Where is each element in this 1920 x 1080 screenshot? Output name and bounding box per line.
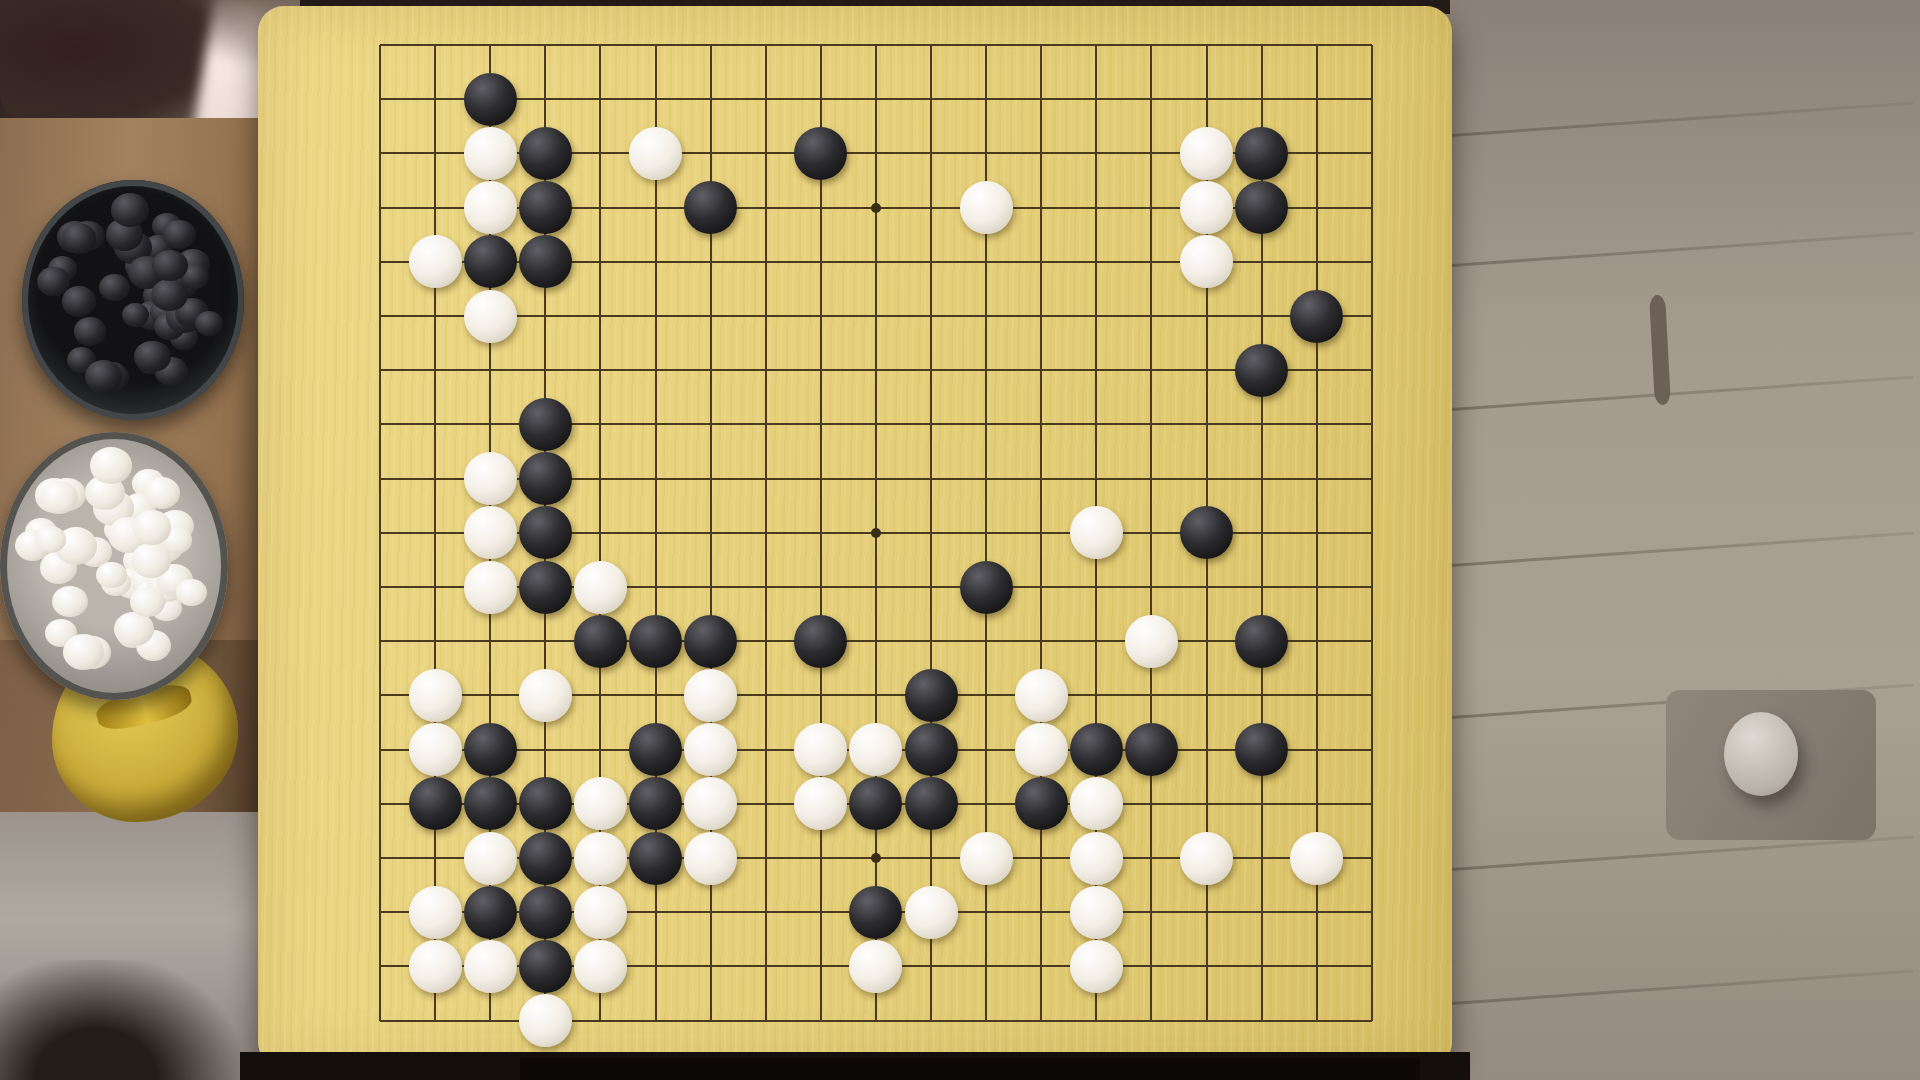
white-stone [1070, 777, 1123, 830]
white-stone [1070, 832, 1123, 885]
white-stone [794, 777, 847, 830]
black-stone [1235, 723, 1288, 776]
board-grid [258, 6, 1452, 1068]
black-stone [905, 669, 958, 722]
black-stone [464, 723, 517, 776]
black-stone [1235, 344, 1288, 397]
black-stone [1235, 127, 1288, 180]
floor-plank-seam [1444, 232, 1913, 268]
black-stone-bowl [22, 180, 244, 420]
black-stone [1070, 723, 1123, 776]
white-stone [574, 777, 627, 830]
floor-plank-seam [1444, 836, 1913, 872]
bowl-stone [74, 317, 107, 346]
bowl-stone [133, 510, 172, 544]
white-stone [409, 669, 462, 722]
black-stone [519, 181, 572, 234]
bowl-stone [144, 477, 180, 509]
photo-scene [0, 0, 1920, 1080]
bowl-stone [85, 360, 122, 393]
bowl-stone [152, 250, 188, 281]
white-stone [684, 669, 737, 722]
white-stone [629, 127, 682, 180]
black-stone [1290, 290, 1343, 343]
black-stone [960, 561, 1013, 614]
black-stone [849, 777, 902, 830]
black-stone [794, 127, 847, 180]
black-stone [684, 615, 737, 668]
white-stone [794, 723, 847, 776]
white-stone [574, 561, 627, 614]
go-board [258, 6, 1452, 1068]
grid-line-h [380, 640, 1372, 642]
bowl-stone [195, 311, 223, 336]
black-stone [464, 777, 517, 830]
white-stone [409, 723, 462, 776]
grid-line-h [380, 44, 1372, 46]
white-stone [519, 994, 572, 1047]
white-stone [1180, 832, 1233, 885]
bowl-stone [90, 447, 132, 484]
black-stone [905, 723, 958, 776]
black-stone [1235, 181, 1288, 234]
white-stone [1015, 723, 1068, 776]
white-stone [1070, 506, 1123, 559]
grid-line-h [380, 315, 1372, 317]
black-stone [794, 615, 847, 668]
white-stone [1070, 940, 1123, 993]
black-stone [684, 181, 737, 234]
white-stone [1290, 832, 1343, 885]
black-stone [519, 832, 572, 885]
black-stone [519, 940, 572, 993]
black-stone [519, 886, 572, 939]
black-stone [519, 452, 572, 505]
black-stone [464, 235, 517, 288]
white-stone [960, 832, 1013, 885]
white-stone [464, 940, 517, 993]
white-stone [1180, 127, 1233, 180]
floor-left-shadow [0, 960, 240, 1080]
black-stone [1180, 506, 1233, 559]
white-stone-bowl [0, 432, 228, 700]
black-stone [629, 723, 682, 776]
black-stone [519, 398, 572, 451]
grid-line-h [380, 98, 1372, 100]
white-stone [409, 886, 462, 939]
white-stone [519, 669, 572, 722]
table-legs [520, 1058, 1420, 1080]
white-stone [1125, 615, 1178, 668]
white-stone [464, 290, 517, 343]
bowl-stone [111, 193, 149, 227]
white-stone [574, 886, 627, 939]
bowl-stone [99, 274, 130, 301]
white-stone [960, 181, 1013, 234]
black-stone [849, 886, 902, 939]
white-stone [684, 777, 737, 830]
bowl-stone [62, 223, 96, 253]
black-stone [519, 561, 572, 614]
black-stone [464, 73, 517, 126]
bowl-stone [96, 562, 127, 589]
white-stone [849, 723, 902, 776]
bowl-stone [176, 579, 207, 606]
black-stone [629, 777, 682, 830]
bowl-stone [130, 587, 165, 618]
bowl-stone [40, 481, 77, 514]
black-stone [519, 777, 572, 830]
bowl-stone [63, 634, 104, 670]
white-stone [464, 127, 517, 180]
star-point [871, 853, 881, 863]
bowl-stone [151, 279, 188, 311]
black-stone [409, 777, 462, 830]
bowl-stone [163, 220, 196, 249]
white-stone [464, 452, 517, 505]
white-stone [849, 940, 902, 993]
white-stone [684, 832, 737, 885]
white-stone [574, 832, 627, 885]
black-stone [629, 832, 682, 885]
floor-plank-seam [1444, 970, 1913, 1006]
white-stone [409, 940, 462, 993]
bowl-stone [35, 526, 65, 553]
white-stone [1015, 669, 1068, 722]
bowl-stone [62, 286, 97, 317]
black-stone [519, 127, 572, 180]
floor-plank-seam [1444, 532, 1913, 568]
white-stone [1180, 235, 1233, 288]
star-point [871, 528, 881, 538]
bowl-stone [134, 341, 170, 373]
black-stone [574, 615, 627, 668]
black-stone [1015, 777, 1068, 830]
floor-plank-seam [1444, 102, 1913, 138]
floor-plank-seam [1444, 376, 1913, 412]
white-stone [684, 723, 737, 776]
white-stone [464, 506, 517, 559]
wood-floor [1440, 0, 1920, 1080]
white-stone [574, 940, 627, 993]
black-stone [1125, 723, 1178, 776]
star-point [871, 203, 881, 213]
black-stone [905, 777, 958, 830]
black-stone [519, 235, 572, 288]
bowl-stone [52, 586, 88, 617]
white-stone [905, 886, 958, 939]
black-stone [519, 506, 572, 559]
white-stone [1070, 886, 1123, 939]
white-stone [1180, 181, 1233, 234]
white-stone [409, 235, 462, 288]
black-stone [629, 615, 682, 668]
white-stone [464, 181, 517, 234]
black-stone [464, 886, 517, 939]
white-stone [464, 561, 517, 614]
grid-line-h [380, 369, 1372, 371]
white-stone [464, 832, 517, 885]
floor-cylinder-leg [1724, 712, 1798, 796]
black-stone [1235, 615, 1288, 668]
